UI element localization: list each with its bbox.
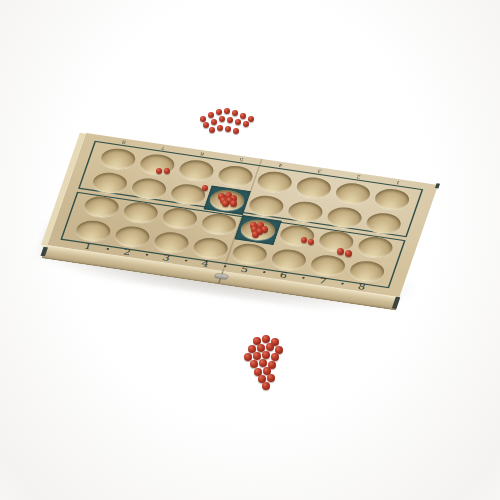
seed [257,344,265,352]
pit-hollow [325,205,365,230]
seed [253,337,261,345]
seed [232,110,238,116]
pit-hollow [216,164,256,189]
seed [243,121,249,127]
pit-hollow [255,170,295,195]
pit-hollow [207,188,247,213]
seed [248,116,254,122]
seed [250,360,258,368]
corner-bracket-back-right [435,183,440,188]
pit-hollow [294,176,334,201]
seed [235,119,241,125]
pit-hollow [129,176,169,201]
seed [200,116,206,122]
pit-hollow [316,229,356,254]
pit-hollow [372,187,412,212]
pit-hollow [90,171,130,196]
pit-hollow [82,195,122,220]
seed [268,361,276,369]
pit-hollow [238,218,278,243]
seed [248,345,256,353]
seed [203,122,209,128]
seed [233,128,239,134]
scene: 87654321 12345678 [0,0,500,500]
seed [262,351,270,359]
pit-hollow [137,152,177,177]
pit-hollow [168,182,208,207]
seed [262,382,270,390]
pit-hollow [364,211,404,236]
seed [253,352,261,360]
seed [244,353,252,361]
seed [240,113,246,119]
pit-hollow [177,158,217,183]
pit-hollow [160,206,200,231]
seed [225,126,231,132]
pit-hollow [356,235,396,260]
seed [258,375,266,383]
seed [217,125,223,131]
seed [219,116,225,122]
pit-hollow [333,181,373,206]
pit-hollow [277,223,317,248]
seed [267,374,275,382]
seed [254,368,262,376]
seed [259,359,267,367]
pit-hollow [121,200,161,225]
pit-hollow [286,200,326,225]
seed [262,335,270,343]
pit-hollow [98,147,138,172]
seed [227,117,233,123]
seed [208,112,214,118]
seed [271,338,279,346]
seed [216,109,222,115]
seed [275,346,283,354]
seed [211,119,217,125]
seed [266,343,274,351]
seed [271,353,279,361]
pit-hollow [199,212,239,237]
seed [224,108,230,114]
seed [209,127,215,133]
seed [263,367,271,375]
pit-hollow [247,194,287,219]
